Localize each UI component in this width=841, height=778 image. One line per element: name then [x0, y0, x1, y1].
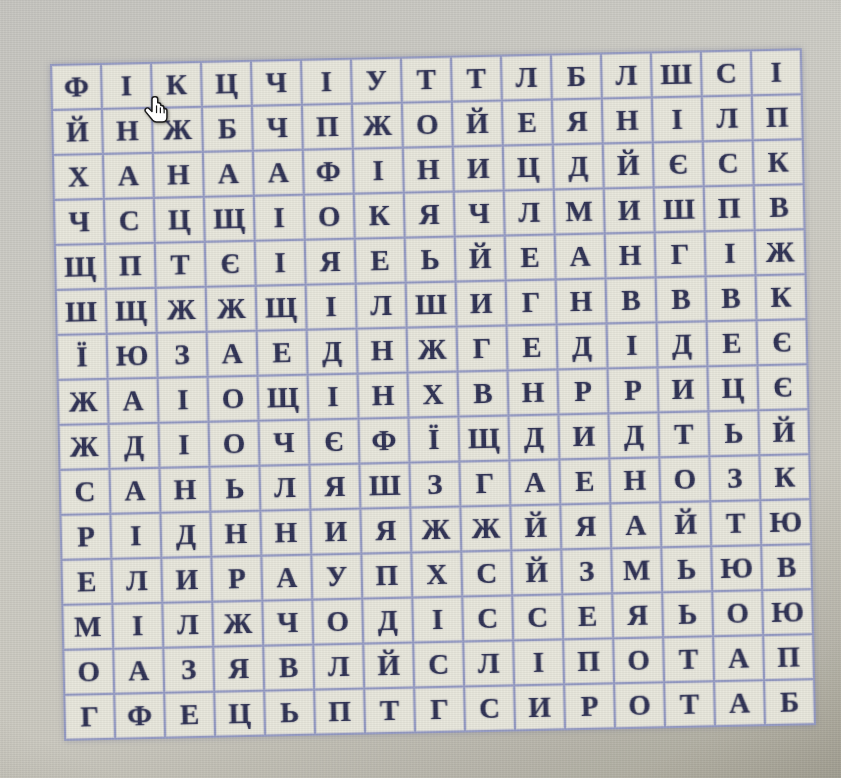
cell-r13c1[interactable]: М	[63, 605, 112, 649]
cell-r2c13[interactable]: І	[653, 97, 702, 141]
cell-r8c9[interactable]: В	[459, 372, 508, 416]
cell-r11c6[interactable]: И	[311, 510, 360, 554]
cell-r2c12[interactable]: Н	[603, 98, 652, 142]
cell-r9c4[interactable]: О	[210, 422, 259, 466]
cell-r10c8[interactable]: З	[410, 463, 459, 507]
cell-r9c7[interactable]: Ф	[360, 419, 409, 463]
cell-r5c10[interactable]: Е	[506, 235, 555, 279]
cell-r14c7[interactable]: Й	[364, 644, 413, 688]
cell-r9c14[interactable]: Ь	[709, 411, 758, 455]
cell-r14c10[interactable]: І	[514, 640, 563, 684]
cell-r3c3[interactable]: Н	[154, 153, 203, 197]
cell-r15c5[interactable]: Ь	[265, 691, 314, 735]
cell-r6c3[interactable]: Ж	[157, 288, 206, 332]
cell-r5c8[interactable]: Ь	[406, 238, 455, 282]
cell-r3c4[interactable]: А	[204, 152, 253, 196]
cell-r15c7[interactable]: Т	[365, 689, 414, 733]
cell-r7c14[interactable]: Е	[708, 321, 757, 365]
cell-r8c6[interactable]: І	[309, 375, 358, 419]
cell-r12c14[interactable]: Ю	[712, 546, 761, 590]
cell-r6c2[interactable]: Щ	[107, 289, 156, 333]
cell-r12c3[interactable]: И	[162, 558, 211, 602]
cell-r9c12[interactable]: Д	[609, 413, 658, 457]
cell-r12c1[interactable]: Е	[62, 560, 111, 604]
cell-r7c11[interactable]: Д	[558, 324, 607, 368]
cell-r7c10[interactable]: Е	[508, 325, 557, 369]
cell-r14c11[interactable]: П	[564, 639, 613, 683]
cell-r5c7[interactable]: Е	[356, 239, 405, 283]
cell-r1c11[interactable]: Б	[552, 54, 601, 98]
cell-r10c4[interactable]: Ь	[210, 467, 259, 511]
cell-r4c3[interactable]: Ц	[155, 198, 204, 242]
cell-r13c3[interactable]: Л	[163, 603, 212, 647]
cell-r9c13[interactable]: Т	[659, 412, 708, 456]
cell-r12c5[interactable]: А	[262, 556, 311, 600]
cell-r12c15[interactable]: В	[762, 545, 811, 589]
cell-r15c12[interactable]: О	[615, 683, 664, 727]
cell-r1c10[interactable]: Л	[502, 56, 551, 100]
cell-r13c6[interactable]: О	[313, 600, 362, 644]
cell-r13c15[interactable]: Ю	[763, 590, 812, 634]
cell-r6c8[interactable]: Ш	[407, 283, 456, 327]
cell-r8c15[interactable]: Є	[758, 365, 807, 409]
cell-r2c8[interactable]: О	[403, 103, 452, 147]
cell-r2c10[interactable]: Е	[503, 101, 552, 145]
cell-r6c15[interactable]: К	[757, 275, 806, 319]
cell-r12c13[interactable]: Ь	[662, 547, 711, 591]
cell-r2c9[interactable]: Й	[453, 102, 502, 146]
cell-r3c12[interactable]: Й	[604, 143, 653, 187]
cell-r8c12[interactable]: Р	[609, 368, 658, 412]
cell-r4c14[interactable]: П	[705, 186, 754, 230]
cell-r4c2[interactable]: С	[105, 199, 154, 243]
cell-r5c9[interactable]: Й	[456, 237, 505, 281]
cell-r4c1[interactable]: Ч	[55, 200, 104, 244]
puzzle-board: ФІКЦЧІУТТЛБЛШСІЙНЖБЧПЖОЙЕЯНІЛПХАНААФІНИЦ…	[50, 48, 816, 741]
cell-r1c4[interactable]: Ц	[202, 62, 251, 106]
cell-r13c7[interactable]: Д	[363, 599, 412, 643]
cell-r5c15[interactable]: Ж	[756, 230, 805, 274]
cell-r12c6[interactable]: У	[312, 555, 361, 599]
cell-r11c2[interactable]: І	[111, 514, 160, 558]
cell-r9c11[interactable]: И	[559, 414, 608, 458]
cell-r3c11[interactable]: Д	[554, 144, 603, 188]
cell-r7c5[interactable]: Е	[258, 331, 307, 375]
cell-r14c15[interactable]: П	[764, 635, 813, 679]
cell-r2c5[interactable]: Ч	[253, 106, 302, 150]
cell-r9c6[interactable]: Є	[310, 420, 359, 464]
cell-r2c1[interactable]: Й	[53, 110, 102, 154]
cell-r1c13[interactable]: Ш	[652, 52, 701, 96]
cell-r13c11[interactable]: Е	[563, 594, 612, 638]
cell-r7c2[interactable]: Ю	[108, 334, 157, 378]
cell-r12c11[interactable]: З	[562, 549, 611, 593]
cell-r4c10[interactable]: Л	[505, 190, 554, 234]
cell-r3c8[interactable]: Н	[404, 148, 453, 192]
cell-r3c13[interactable]: Є	[654, 142, 703, 186]
cell-r3c2[interactable]: А	[104, 154, 153, 198]
word-search-board: ФІКЦЧІУТТЛБЛШСІЙНЖБЧПЖОЙЕЯНІЛПХАНААФІНИЦ…	[50, 48, 816, 741]
cell-r6c13[interactable]: В	[657, 277, 706, 321]
cell-r13c13[interactable]: Ь	[663, 592, 712, 636]
cell-r14c4[interactable]: Я	[214, 647, 263, 691]
cell-r10c12[interactable]: Н	[610, 458, 659, 502]
cell-r5c5[interactable]: І	[256, 241, 305, 285]
cell-r3c1[interactable]: Х	[54, 155, 103, 199]
cell-r11c1[interactable]: Р	[61, 515, 110, 559]
cell-r8c10[interactable]: Н	[509, 370, 558, 414]
cell-r5c1[interactable]: Щ	[56, 245, 105, 289]
cell-r3c7[interactable]: І	[354, 149, 403, 193]
cell-r15c10[interactable]: И	[515, 685, 564, 729]
cell-r9c2[interactable]: Д	[110, 424, 159, 468]
cell-r14c2[interactable]: А	[114, 649, 163, 693]
cell-r11c14[interactable]: Т	[711, 501, 760, 545]
cell-r6c4[interactable]: Ж	[207, 287, 256, 331]
cell-r10c2[interactable]: А	[111, 469, 160, 513]
cell-r6c14[interactable]: В	[707, 276, 756, 320]
cell-r5c11[interactable]: А	[556, 234, 605, 278]
cell-r7c9[interactable]: Г	[458, 327, 507, 371]
cell-r2c7[interactable]: Ж	[353, 104, 402, 148]
cell-r13c2[interactable]: І	[113, 604, 162, 648]
cell-r15c9[interactable]: С	[465, 686, 514, 730]
cell-r14c9[interactable]: Л	[464, 641, 513, 685]
cell-r3c5[interactable]: А	[254, 151, 303, 195]
cell-r14c13[interactable]: Т	[664, 637, 713, 681]
cell-r7c4[interactable]: А	[208, 332, 257, 376]
cell-r4c13[interactable]: Ш	[655, 187, 704, 231]
cell-r5c14[interactable]: І	[706, 231, 755, 275]
cell-r4c12[interactable]: И	[605, 188, 654, 232]
cell-r1c6[interactable]: І	[302, 60, 351, 104]
cell-r13c4[interactable]: Ж	[213, 602, 262, 646]
cell-r13c12[interactable]: Я	[613, 593, 662, 637]
cell-r5c12[interactable]: Н	[606, 233, 655, 277]
cell-r7c15[interactable]: Є	[758, 320, 807, 364]
cell-r9c1[interactable]: Ж	[60, 425, 109, 469]
cell-r10c3[interactable]: Н	[161, 468, 210, 512]
cell-r8c14[interactable]: Ц	[708, 366, 757, 410]
cell-r1c15[interactable]: І	[752, 50, 801, 94]
cell-r7c1[interactable]: Ї	[58, 335, 107, 379]
cell-r15c8[interactable]: Г	[415, 687, 464, 731]
cell-r8c13[interactable]: И	[659, 367, 708, 411]
cell-r5c4[interactable]: Є	[206, 242, 255, 286]
cell-r12c10[interactable]: Й	[512, 550, 561, 594]
cell-r12c12[interactable]: М	[612, 548, 661, 592]
cell-r10c14[interactable]: З	[710, 456, 759, 500]
cell-r2c11[interactable]: Я	[553, 99, 602, 143]
cell-r6c6[interactable]: І	[307, 285, 356, 329]
cell-r8c7[interactable]: Н	[359, 374, 408, 418]
cell-r3c14[interactable]: С	[704, 141, 753, 185]
cell-r10c15[interactable]: К	[760, 455, 809, 499]
cell-r8c5[interactable]: Щ	[259, 376, 308, 420]
cell-r8c11[interactable]: Р	[559, 369, 608, 413]
cell-r6c9[interactable]: И	[457, 282, 506, 326]
cell-r2c14[interactable]: Л	[703, 96, 752, 140]
cell-r13c5[interactable]: Ч	[263, 601, 312, 645]
cell-r11c11[interactable]: Я	[561, 504, 610, 548]
cell-r4c6[interactable]: О	[305, 195, 354, 239]
photo-background: ФІКЦЧІУТТЛБЛШСІЙНЖБЧПЖОЙЕЯНІЛПХАНААФІНИЦ…	[0, 0, 841, 778]
cell-r11c13[interactable]: Й	[661, 502, 710, 546]
cell-r14c8[interactable]: С	[414, 642, 463, 686]
cell-r15c4[interactable]: Ц	[215, 692, 264, 736]
cell-r7c8[interactable]: Ж	[408, 328, 457, 372]
cell-r10c5[interactable]: Л	[260, 466, 309, 510]
cell-r10c6[interactable]: Я	[310, 465, 359, 509]
cell-r10c9[interactable]: Г	[460, 461, 509, 505]
cell-r10c7[interactable]: Ш	[360, 464, 409, 508]
cell-r8c1[interactable]: Ж	[59, 380, 108, 424]
cell-r7c12[interactable]: І	[608, 323, 657, 367]
cell-r12c2[interactable]: Л	[112, 559, 161, 603]
cell-r3c6[interactable]: Ф	[304, 150, 353, 194]
cell-r11c9[interactable]: Ж	[461, 506, 510, 550]
cell-r4c9[interactable]: Ч	[455, 192, 504, 236]
cell-r7c7[interactable]: Н	[358, 329, 407, 373]
cell-r11c3[interactable]: Д	[161, 513, 210, 557]
cell-r14c3[interactable]: З	[164, 648, 213, 692]
cell-r15c2[interactable]: Ф	[115, 694, 164, 738]
cell-r1c8[interactable]: Т	[402, 58, 451, 102]
cell-r14c1[interactable]: О	[64, 650, 113, 694]
cell-r9c15[interactable]: Й	[759, 410, 808, 454]
cell-r2c6[interactable]: П	[303, 105, 352, 149]
cell-r5c13[interactable]: Г	[656, 232, 705, 276]
cell-r6c5[interactable]: Щ	[257, 286, 306, 330]
cell-r1c14[interactable]: С	[702, 51, 751, 95]
cell-r2c4[interactable]: Б	[203, 107, 252, 151]
cell-r1c1[interactable]: Ф	[52, 65, 101, 109]
cell-r10c10[interactable]: А	[510, 460, 559, 504]
cell-r4c15[interactable]: В	[755, 185, 804, 229]
cell-r11c8[interactable]: Ж	[411, 508, 460, 552]
hand-cursor-icon	[142, 94, 174, 130]
cell-r13c8[interactable]: І	[413, 598, 462, 642]
cell-r7c13[interactable]: Д	[658, 322, 707, 366]
cell-r6c1[interactable]: Ш	[57, 290, 106, 334]
cell-r1c5[interactable]: Ч	[252, 61, 301, 105]
cell-r4c4[interactable]: Щ	[205, 197, 254, 241]
cell-r5c3[interactable]: Т	[156, 243, 205, 287]
cell-r12c4[interactable]: Р	[212, 557, 261, 601]
cell-r13c14[interactable]: О	[713, 591, 762, 635]
cell-r3c15[interactable]: К	[754, 140, 803, 184]
cell-r12c7[interactable]: П	[362, 554, 411, 598]
cell-r6c7[interactable]: Л	[357, 284, 406, 328]
cell-r5c6[interactable]: Я	[306, 240, 355, 284]
cell-r9c10[interactable]: Д	[509, 415, 558, 459]
cell-r15c11[interactable]: Р	[565, 684, 614, 728]
cell-r2c15[interactable]: П	[753, 95, 802, 139]
cell-r7c3[interactable]: З	[158, 333, 207, 377]
cell-r14c6[interactable]: Л	[314, 645, 363, 689]
cell-r9c9[interactable]: Щ	[459, 416, 508, 460]
cell-r1c9[interactable]: Т	[452, 57, 501, 101]
cell-r15c15[interactable]: Б	[765, 680, 814, 724]
cell-r6c11[interactable]: Н	[557, 279, 606, 323]
cell-r9c8[interactable]: Ї	[410, 418, 459, 462]
cell-r9c5[interactable]: Ч	[260, 421, 309, 465]
cell-r11c5[interactable]: Н	[261, 511, 310, 555]
cell-r15c1[interactable]: Г	[65, 695, 114, 739]
cell-r1c7[interactable]: У	[352, 59, 401, 103]
cell-r8c8[interactable]: Х	[409, 373, 458, 417]
cell-r3c10[interactable]: Ц	[504, 146, 553, 190]
cell-r8c2[interactable]: А	[109, 379, 158, 423]
cell-r15c14[interactable]: А	[715, 681, 764, 725]
cell-r13c9[interactable]: С	[463, 596, 512, 640]
cell-r14c12[interactable]: О	[614, 638, 663, 682]
cell-r10c1[interactable]: С	[61, 470, 110, 514]
cell-r11c12[interactable]: А	[611, 503, 660, 547]
cell-r13c10[interactable]: С	[513, 595, 562, 639]
cell-r7c6[interactable]: Д	[308, 330, 357, 374]
cell-r15c6[interactable]: П	[315, 690, 364, 734]
cell-r12c8[interactable]: Х	[412, 553, 461, 597]
cell-r11c4[interactable]: Н	[211, 512, 260, 556]
cell-r10c11[interactable]: Е	[560, 459, 609, 503]
cell-r12c9[interactable]: С	[462, 551, 511, 595]
cell-r10c13[interactable]: О	[660, 457, 709, 501]
cell-r11c15[interactable]: Ю	[761, 500, 810, 544]
cell-r4c11[interactable]: М	[555, 189, 604, 233]
cell-r11c7[interactable]: Я	[361, 509, 410, 553]
cell-r14c5[interactable]: В	[264, 646, 313, 690]
cell-r6c12[interactable]: В	[607, 278, 656, 322]
cell-r3c9[interactable]: И	[454, 147, 503, 191]
cell-r11c10[interactable]: Й	[511, 505, 560, 549]
cell-r4c7[interactable]: К	[355, 194, 404, 238]
cell-r4c5[interactable]: І	[255, 196, 304, 240]
cell-r9c3[interactable]: І	[160, 423, 209, 467]
cell-r5c2[interactable]: П	[106, 244, 155, 288]
cell-r6c10[interactable]: Г	[507, 280, 556, 324]
cell-r15c3[interactable]: Е	[165, 693, 214, 737]
cell-r1c12[interactable]: Л	[602, 53, 651, 97]
cell-r15c13[interactable]: Т	[665, 682, 714, 726]
cell-r4c8[interactable]: Я	[405, 193, 454, 237]
cell-r8c4[interactable]: О	[209, 377, 258, 421]
cell-r14c14[interactable]: А	[714, 636, 763, 680]
cell-r8c3[interactable]: І	[159, 378, 208, 422]
